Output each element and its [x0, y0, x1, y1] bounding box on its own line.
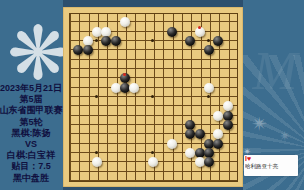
match-info-line: VS: [0, 139, 63, 150]
last-move-marker: [123, 73, 126, 76]
match-info-line: 2023年5月21日: [0, 83, 63, 94]
black-stone: [83, 45, 93, 55]
black-stone: [213, 139, 223, 149]
white-stone: [213, 111, 223, 121]
white-stone: [195, 27, 205, 37]
heart-label: I♥: [245, 155, 297, 163]
black-stone: [167, 27, 177, 37]
match-info-line: 黑中盘胜: [0, 173, 63, 184]
match-info-line: 黑棋:陈扬: [0, 128, 63, 139]
board-top-strip: [63, 0, 243, 7]
black-stone: [195, 129, 205, 139]
info-panel: ❋ 2023年5月21日第5届山东省围甲联赛第5轮黑棋:陈扬VS白棋:白宝祥贴目…: [0, 0, 63, 190]
white-stone: [223, 101, 233, 111]
black-stone: [111, 36, 121, 46]
watermark-panel: M ✴ ✴ ✴ I♥ 哈利路亚十亮: [243, 0, 304, 190]
go-board[interactable]: [63, 7, 243, 187]
watermark-badge-text: 哈利路亚十亮: [245, 163, 293, 169]
white-stone: [129, 83, 139, 93]
white-stone: [167, 139, 177, 149]
match-info-line: 第5届: [0, 94, 63, 105]
match-info-line: 第5轮: [0, 117, 63, 128]
go-broadcast-screenshot: ❋ 2023年5月21日第5届山东省围甲联赛第5轮黑棋:陈扬VS白棋:白宝祥贴目…: [0, 0, 304, 190]
board-bottom-strip: [63, 187, 243, 190]
match-info-text: 2023年5月21日第5届山东省围甲联赛第5轮黑棋:陈扬VS白棋:白宝祥贴目：7…: [0, 83, 63, 184]
last-move-marker: [198, 26, 201, 29]
watermark-badge: I♥ 哈利路亚十亮: [244, 155, 298, 176]
match-info-line: 贴目：7.5: [0, 161, 63, 172]
white-stone: [204, 83, 214, 93]
black-stone: [223, 120, 233, 130]
match-info-line: 白棋:白宝祥: [0, 150, 63, 161]
match-info-line: 山东省围甲联赛: [0, 105, 63, 116]
